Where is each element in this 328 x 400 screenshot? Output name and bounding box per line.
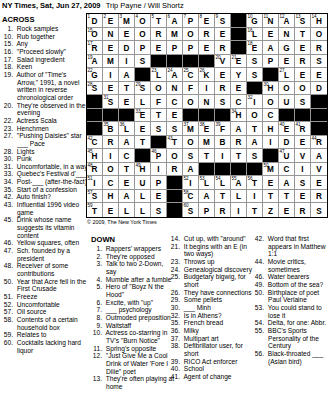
cell-letter: E xyxy=(108,207,113,217)
cell-r3c3[interactable]: D xyxy=(119,41,135,55)
clue-30: 30. Punk xyxy=(2,155,88,163)
cell-letter: E xyxy=(140,125,145,135)
cell-r5c2[interactable]: I xyxy=(103,68,119,82)
cell-r4c10[interactable]: 21E xyxy=(231,55,247,69)
cell-r11c15[interactable]: A xyxy=(311,149,327,163)
clue-number: 51. xyxy=(2,293,15,301)
cell-r13c12[interactable]: E xyxy=(263,176,279,190)
cell-r12c5[interactable]: I xyxy=(151,163,167,177)
across-header: ACROSS xyxy=(2,15,88,24)
cell-r3c8[interactable]: E xyxy=(199,41,215,55)
clue-text: "Pushing Daisies" star ___ Pace xyxy=(15,132,82,147)
cell-r11c8[interactable]: T xyxy=(199,149,215,163)
cell-r7c11[interactable]: 32I xyxy=(247,95,263,109)
cell-r15c3[interactable]: L xyxy=(119,203,135,217)
cell-number: 5 xyxy=(152,14,155,19)
cell-r15c1[interactable]: 59T xyxy=(87,203,103,217)
cell-r3c13[interactable]: G xyxy=(279,41,295,55)
cell-r11c10[interactable]: T xyxy=(231,149,247,163)
cell-r7c2[interactable]: 31S xyxy=(103,95,119,109)
cell-r11c13[interactable]: 47U xyxy=(279,149,295,163)
cell-letter: L xyxy=(236,192,241,202)
cell-r6c4[interactable]: 29S xyxy=(135,82,151,96)
cell-number: 34 xyxy=(232,109,237,114)
cell-letter: P xyxy=(140,44,145,54)
cell-letter: O xyxy=(187,98,193,108)
cell-r4c3[interactable]: I xyxy=(119,55,135,69)
cell-r10c7[interactable]: O xyxy=(183,136,199,150)
cell-r12c15[interactable]: V xyxy=(311,163,327,177)
cell-r5c5[interactable]: 23L xyxy=(151,68,167,82)
cell-r14c15[interactable]: R xyxy=(311,190,327,204)
cell-r14c14[interactable]: E xyxy=(295,190,311,204)
cell-r9c5[interactable]: S xyxy=(151,122,167,136)
cell-r8c11[interactable]: O xyxy=(247,109,263,123)
cell-letter: I xyxy=(269,138,271,148)
clue-35: 35. Start of a confession xyxy=(2,186,88,194)
cell-r6c15[interactable]: D xyxy=(311,82,327,96)
cell-r9c6[interactable]: S xyxy=(167,122,183,136)
cell-r11c5[interactable]: 46P xyxy=(151,149,167,163)
cell-letter: F xyxy=(188,84,193,94)
cell-r13c5[interactable]: P xyxy=(151,176,167,190)
clue-text: ___ psychology xyxy=(104,306,152,313)
cell-r9c2[interactable]: 35B xyxy=(103,122,119,136)
cell-letter: A xyxy=(204,192,210,202)
cell-r5c6[interactable]: 24A xyxy=(167,68,183,82)
cell-r12c1[interactable]: 48R xyxy=(87,163,103,177)
cell-r10c10[interactable]: R xyxy=(231,136,247,150)
cell-number: 22 xyxy=(88,68,93,73)
cell-r11c2[interactable]: I xyxy=(103,149,119,163)
cell-r12c14[interactable]: I xyxy=(295,163,311,177)
cell-r12c12[interactable]: 50M xyxy=(263,163,279,177)
cell-letter: D xyxy=(124,44,130,54)
cell-r13c4[interactable]: U xyxy=(135,176,151,190)
cell-r2c4[interactable]: O xyxy=(135,28,151,42)
cell-r3c7[interactable]: P xyxy=(183,41,199,55)
cell-r7c3[interactable]: E xyxy=(119,95,135,109)
cell-r10c12[interactable]: I xyxy=(263,136,279,150)
cell-number: 60 xyxy=(184,203,189,208)
cell-number: 25 xyxy=(184,68,189,73)
puzzle-title-date: NY Times, Sat, Jun 27, 2009 xyxy=(2,1,101,10)
cell-r6c12[interactable]: 30H xyxy=(263,82,279,96)
cell-r12c3[interactable]: T xyxy=(119,163,135,177)
cell-r2c7[interactable]: O xyxy=(183,28,199,42)
clue-text: Influential 1996 video game xyxy=(15,201,79,216)
cell-r4c4[interactable]: S xyxy=(135,55,151,69)
cell-r3c2[interactable]: E xyxy=(103,41,119,55)
cell-r9c13[interactable]: 40E xyxy=(279,122,295,136)
cell-r14c13[interactable]: T xyxy=(279,190,295,204)
cell-r7c7[interactable]: O xyxy=(183,95,199,109)
cell-number: 45 xyxy=(88,149,93,154)
cell-r1c11[interactable]: 10G xyxy=(247,14,263,28)
cell-r13c9[interactable]: 54L xyxy=(215,176,231,190)
cell-r1c3[interactable]: 3M xyxy=(119,14,135,28)
cell-r15c5[interactable]: S xyxy=(151,203,167,217)
cell-letter: T xyxy=(252,125,257,135)
cell-r5c13[interactable]: 27L xyxy=(279,68,295,82)
cell-r13c7[interactable]: 52I xyxy=(183,176,199,190)
cell-letter: E xyxy=(220,30,225,40)
clue-23: 23. Henchmen xyxy=(2,125,88,133)
cell-r12c8-black xyxy=(199,163,215,177)
cell-r2c6[interactable]: M xyxy=(167,28,183,42)
cell-r4c13[interactable]: E xyxy=(279,55,295,69)
cell-number: 39 xyxy=(216,122,221,127)
cell-r10c3[interactable]: A xyxy=(119,136,135,150)
cell-letter: O xyxy=(107,165,113,175)
cell-number: 59 xyxy=(88,203,93,208)
clue-35: 35. French bread xyxy=(169,319,252,327)
cell-r3c12[interactable]: A xyxy=(263,41,279,55)
cell-r1c4[interactable]: 4O xyxy=(135,14,151,28)
cell-r14c11[interactable]: I xyxy=(247,190,263,204)
cell-r2c13[interactable]: N xyxy=(279,28,295,42)
cell-r4c12[interactable]: P xyxy=(263,55,279,69)
cell-number: 35 xyxy=(104,122,109,127)
cell-r13c14[interactable]: S xyxy=(295,176,311,190)
cell-r2c3[interactable]: E xyxy=(119,28,135,42)
clue-1: 1. Rappers' wrappers xyxy=(91,245,175,253)
cell-r5c15[interactable]: E xyxy=(311,68,327,82)
cell-r10c9[interactable]: B xyxy=(215,136,231,150)
clue-number: 25. xyxy=(169,273,182,281)
cell-letter: I xyxy=(221,152,223,162)
cell-number: 9 xyxy=(216,14,219,19)
clue-58: 58. Contents of a certain household box xyxy=(2,316,88,331)
clue-text: Milky xyxy=(182,327,199,334)
clue-text: Black-throated ___ (Asian bird) xyxy=(266,350,323,365)
cell-letter: I xyxy=(109,152,111,162)
cell-r3c4[interactable]: P xyxy=(135,41,151,55)
cell-r4c2[interactable]: M xyxy=(103,55,119,69)
cell-r14c4[interactable]: L xyxy=(135,190,151,204)
cell-r10c15[interactable]: 44R xyxy=(311,136,327,150)
cell-r6c2[interactable]: E xyxy=(103,82,119,96)
cell-r10c1[interactable]: 42C xyxy=(87,136,103,150)
clue-number: 57. xyxy=(2,308,15,316)
cell-r3c11[interactable]: 18E xyxy=(247,41,263,55)
cell-r1c15[interactable]: 14H xyxy=(311,14,327,28)
cell-r5c12-black xyxy=(263,68,279,82)
cell-letter: L xyxy=(140,98,145,108)
cell-r11c6[interactable]: O xyxy=(167,149,183,163)
cell-r11c1[interactable]: 45H xyxy=(87,149,103,163)
clue-text: ___ Minh xyxy=(182,304,211,311)
clue-number: 11. xyxy=(91,345,104,353)
clue-42: 42. Auto finish? xyxy=(2,193,88,201)
puzzle-title: NY Times, Sat, Jun 27, 2009 Trip Payne /… xyxy=(2,1,184,10)
cell-r13c13[interactable]: A xyxy=(279,176,295,190)
cell-r10c2[interactable]: R xyxy=(103,136,119,150)
cell-r14c7[interactable]: 58C xyxy=(183,190,199,204)
clue-text: Mumble after a fumble xyxy=(104,276,171,283)
clue-number: 35. xyxy=(2,186,15,194)
clue-2: 2. They're opposed xyxy=(91,253,175,261)
cell-r1c9[interactable]: 9S xyxy=(215,14,231,28)
cell-r7c14[interactable]: S xyxy=(295,95,311,109)
cell-number: 13 xyxy=(296,14,301,19)
cell-r6c8[interactable]: I xyxy=(199,82,215,96)
cell-r15c8[interactable]: P xyxy=(199,203,215,217)
cell-r15c14[interactable]: R xyxy=(295,203,311,217)
cell-r7c10[interactable]: C xyxy=(231,95,247,109)
cell-r13c10[interactable]: 55A xyxy=(231,176,247,190)
cell-r2c1[interactable]: 15O xyxy=(87,28,103,42)
cell-r5c1[interactable]: 22G xyxy=(87,68,103,82)
cell-r9c3[interactable]: 36L xyxy=(119,122,135,136)
cell-r1c1[interactable]: 1D xyxy=(87,14,103,28)
cell-r7c13[interactable]: U xyxy=(279,95,295,109)
cell-number: 1 xyxy=(88,14,91,19)
cell-r1c12[interactable]: 11N xyxy=(263,14,279,28)
cell-r15c13[interactable]: E xyxy=(279,203,295,217)
cell-r1c14[interactable]: 13S xyxy=(295,14,311,28)
cell-r3c1[interactable]: 17R xyxy=(87,41,103,55)
cell-r2c5[interactable]: R xyxy=(151,28,167,42)
cell-r9c9[interactable]: 39F xyxy=(215,122,231,136)
cell-letter: R xyxy=(300,57,306,67)
cell-r10c4[interactable]: T xyxy=(135,136,151,150)
cell-r5c14[interactable]: E xyxy=(295,68,311,82)
clue-text: Uncomfortable xyxy=(15,301,60,308)
cell-r11c11[interactable]: S xyxy=(247,149,263,163)
clue-9: 9. Waitstaff xyxy=(91,322,175,330)
cell-r7c12[interactable]: O xyxy=(263,95,279,109)
cell-letter: V xyxy=(300,152,305,162)
clue-text: Budgetary bigwig, for short xyxy=(182,273,246,288)
cell-r4c8-black xyxy=(199,55,215,69)
cell-letter: O xyxy=(171,152,177,162)
cell-r5c8[interactable]: 26K xyxy=(199,68,215,82)
cell-r5c9[interactable]: E xyxy=(215,68,231,82)
cell-r3c9[interactable]: R xyxy=(215,41,231,55)
cell-r14c8[interactable]: A xyxy=(199,190,215,204)
clue-text: Multipart art xyxy=(182,335,219,342)
cell-r8c12[interactable]: C xyxy=(263,109,279,123)
cell-number: 2 xyxy=(104,14,107,19)
cell-r8c4[interactable]: 33E xyxy=(135,109,151,123)
cell-number: 4 xyxy=(136,14,139,19)
cell-r5c7[interactable]: 25C xyxy=(183,68,199,82)
cell-letter: O xyxy=(187,30,193,40)
cell-r12c7[interactable]: A xyxy=(183,163,199,177)
cell-r10c6[interactable]: 43T xyxy=(167,136,183,150)
clue-text: Punk xyxy=(15,155,32,162)
clue-text: Drink whose name suggests its vitamin co… xyxy=(15,216,75,238)
clue-12: 12. "Just Give Me a Cool Drink of Water … xyxy=(91,352,175,375)
cell-letter: C xyxy=(172,98,178,108)
cell-r9c7[interactable]: 37M xyxy=(183,122,199,136)
cell-r2c14[interactable]: T xyxy=(295,28,311,42)
cell-r14c9[interactable]: T xyxy=(215,190,231,204)
cell-r14c12[interactable]: T xyxy=(263,190,279,204)
cell-r15c7[interactable]: 60S xyxy=(183,203,199,217)
cell-number: 33 xyxy=(136,109,141,114)
cell-r14c1[interactable]: 57S xyxy=(87,190,103,204)
cell-r12c6[interactable]: R xyxy=(167,163,183,177)
cell-r15c9[interactable]: R xyxy=(215,203,231,217)
cell-r7c9[interactable]: S xyxy=(215,95,231,109)
cell-r12c4[interactable]: 49H xyxy=(135,163,151,177)
cell-r2c8[interactable]: R xyxy=(199,28,215,42)
cell-letter: O xyxy=(283,84,289,94)
cell-letter: O xyxy=(155,84,161,94)
cell-r15c12[interactable]: Z xyxy=(263,203,279,217)
cell-r10c8[interactable]: M xyxy=(199,136,215,150)
cell-letter: T xyxy=(140,138,145,148)
clue-18: 18. Keen xyxy=(2,63,88,71)
cell-letter: O xyxy=(139,30,145,40)
clue-number: 31. xyxy=(2,163,15,171)
clue-number: 16. xyxy=(2,48,15,56)
cell-r14c3[interactable]: A xyxy=(119,190,135,204)
cell-r6c9[interactable]: R xyxy=(215,82,231,96)
clue-text: Rock samples xyxy=(15,25,58,32)
cell-r14c10[interactable]: L xyxy=(231,190,247,204)
cell-r13c3[interactable]: E xyxy=(119,176,135,190)
cell-r14c2[interactable]: H xyxy=(103,190,119,204)
cell-r10c11[interactable]: A xyxy=(247,136,263,150)
cell-r11c7[interactable]: S xyxy=(183,149,199,163)
cell-r4c15[interactable]: S xyxy=(311,55,327,69)
down-clues-column-1: DOWN 1. Rappers' wrappers2. They're oppo… xyxy=(91,235,175,390)
cell-r12c2[interactable]: O xyxy=(103,163,119,177)
cell-r13c8[interactable]: 53L xyxy=(199,176,215,190)
cell-r9c12[interactable]: H xyxy=(263,122,279,136)
cell-r5c10[interactable]: Y xyxy=(231,68,247,82)
cell-r9c4[interactable]: E xyxy=(135,122,151,136)
cell-r15c15[interactable]: S xyxy=(311,203,327,217)
cell-letter: E xyxy=(108,84,113,94)
cell-r6c5[interactable]: O xyxy=(151,82,167,96)
cell-letter: I xyxy=(237,207,239,217)
cell-r5c4-black xyxy=(135,68,151,82)
clue-text: Post-___ (after-the-fact) xyxy=(15,178,87,185)
cell-r3c5[interactable]: E xyxy=(151,41,167,55)
cell-r6c7[interactable]: F xyxy=(183,82,199,96)
cell-r3c14[interactable]: E xyxy=(295,41,311,55)
cell-r6c1[interactable]: 28S xyxy=(87,82,103,96)
cell-r13c11[interactable]: 56T xyxy=(247,176,263,190)
cell-r9c8[interactable]: 38E xyxy=(199,122,215,136)
cell-r9c10[interactable]: A xyxy=(231,122,247,136)
clue-text: You could stand to lose it xyxy=(266,304,322,319)
clue-text: Throws up xyxy=(182,258,215,265)
cell-r2c9[interactable]: E xyxy=(215,28,231,42)
cell-r1c8[interactable]: 8E xyxy=(199,14,215,28)
cell-r1c6[interactable]: 6A xyxy=(167,14,183,28)
cell-r6c6[interactable]: N xyxy=(167,82,183,96)
cell-number: 37 xyxy=(184,122,189,127)
cell-r7c8[interactable]: N xyxy=(199,95,215,109)
cell-r12c13[interactable]: C xyxy=(279,163,295,177)
cell-letter: A xyxy=(124,71,130,81)
cell-r1c7[interactable]: 7P xyxy=(183,14,199,28)
cell-r3c15[interactable]: R xyxy=(311,41,327,55)
cell-r2c11[interactable]: 16L xyxy=(247,28,263,42)
cell-r1c5[interactable]: 5T xyxy=(151,14,167,28)
clue-number: 48. xyxy=(2,262,15,270)
cell-r6c14[interactable]: O xyxy=(295,82,311,96)
clue-23: 23. Throws up xyxy=(169,258,252,266)
clue-55: 55. BBC's Sports Personality of the Cent… xyxy=(253,327,328,350)
cell-r1c13[interactable]: 12A xyxy=(279,14,295,28)
cell-r4c1[interactable]: 19A xyxy=(87,55,103,69)
cell-r8c5[interactable]: T xyxy=(151,109,167,123)
cell-r6c3[interactable]: T xyxy=(119,82,135,96)
cell-r1c2[interactable]: 2E xyxy=(103,14,119,28)
cell-letter: Z xyxy=(268,207,273,217)
cell-r11c14[interactable]: V xyxy=(295,149,311,163)
cell-r13c2[interactable]: C xyxy=(103,176,119,190)
clue-13: 13. They're often playing at home xyxy=(91,375,175,390)
cell-r8c6[interactable]: E xyxy=(167,109,183,123)
clue-number: 3. xyxy=(91,260,104,268)
cell-r6c13[interactable]: O xyxy=(279,82,295,96)
cell-r7c4[interactable]: L xyxy=(135,95,151,109)
cell-r13c15[interactable]: E xyxy=(311,176,327,190)
cell-r11c9[interactable]: I xyxy=(215,149,231,163)
cell-r15c2[interactable]: E xyxy=(103,203,119,217)
clue-text: Outmoded preposition xyxy=(104,314,171,321)
cell-letter: E xyxy=(124,179,129,189)
cell-r13c1[interactable]: 51I xyxy=(87,176,103,190)
clue-39: 39. RICO Act enforcer xyxy=(169,358,252,366)
cell-r9c14[interactable]: 41R xyxy=(295,122,311,136)
cell-r4c11[interactable]: S xyxy=(247,55,263,69)
cell-r2c12[interactable]: E xyxy=(263,28,279,42)
cell-r4c9[interactable]: 20V xyxy=(215,55,231,69)
cell-r9c11[interactable]: T xyxy=(247,122,263,136)
cell-r15c10[interactable]: I xyxy=(231,203,247,217)
cell-r3c6[interactable]: P xyxy=(167,41,183,55)
cell-r8c10[interactable]: 34H xyxy=(231,109,247,123)
cell-r15c11[interactable]: T xyxy=(247,203,263,217)
cell-r10c14[interactable]: E xyxy=(295,136,311,150)
clue-number: 59. xyxy=(2,331,15,339)
cell-r5c3[interactable]: A xyxy=(119,68,135,82)
cell-r4c14[interactable]: R xyxy=(295,55,311,69)
clue-50: 50. Birthplace of poet Paul Verlaine xyxy=(253,289,328,304)
clue-number: 19. xyxy=(2,71,15,79)
clue-number: 26. xyxy=(169,289,182,297)
cell-letter: E xyxy=(268,179,273,189)
down-clues-column-3: 42. Word that first appears in Matthew 1… xyxy=(253,235,328,365)
cell-number: 53 xyxy=(200,176,205,181)
cell-r2c2[interactable]: N xyxy=(103,28,119,42)
cell-letter: E xyxy=(204,17,209,27)
cell-r10c13[interactable]: D xyxy=(279,136,295,150)
cell-r7c5[interactable]: F xyxy=(151,95,167,109)
cell-r15c4[interactable]: L xyxy=(135,203,151,217)
cell-r12c11-black xyxy=(247,163,263,177)
cell-letter: N xyxy=(204,98,210,108)
clue-number: 9. xyxy=(91,322,104,330)
cell-letter: F xyxy=(156,98,161,108)
cell-r14c5[interactable]: E xyxy=(151,190,167,204)
cell-r6c10[interactable]: E xyxy=(231,82,247,96)
cell-r5c11[interactable]: S xyxy=(247,68,263,82)
cell-r7c6[interactable]: C xyxy=(167,95,183,109)
cell-r2c15[interactable]: O xyxy=(311,28,327,42)
clue-number: 12. xyxy=(91,352,104,360)
cell-number: 14 xyxy=(312,14,317,19)
cell-r11c3[interactable]: C xyxy=(119,149,135,163)
